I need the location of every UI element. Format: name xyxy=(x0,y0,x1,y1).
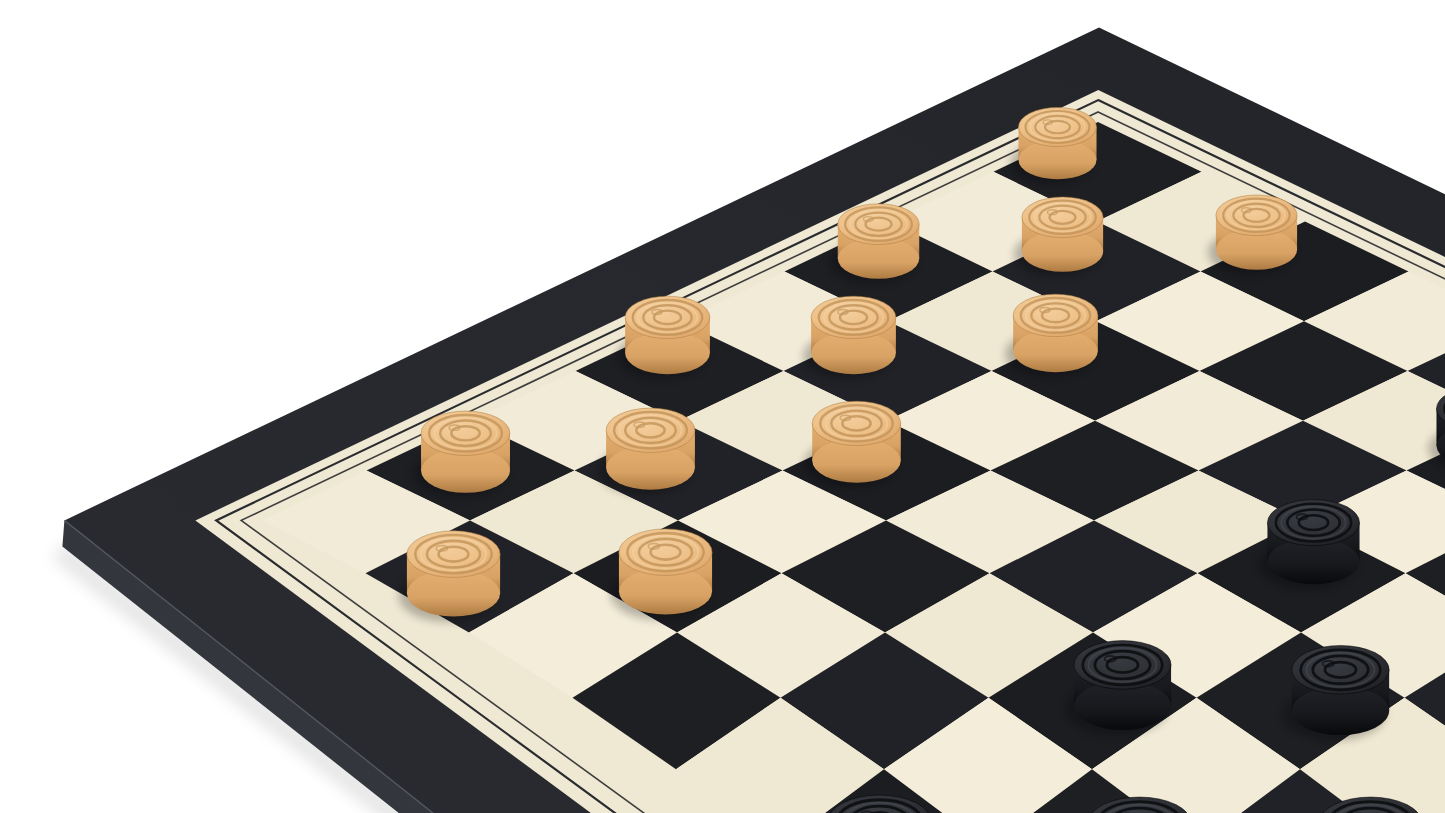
light-checker-r4c0 xyxy=(617,296,710,379)
light-checker-r3c1 xyxy=(803,296,896,379)
dark-checker-r5c5 xyxy=(1066,641,1172,736)
light-checker-r2c2 xyxy=(1005,294,1098,377)
board-scene xyxy=(40,16,1445,813)
light-checker-r0c2 xyxy=(1208,195,1297,275)
light-checker-r6c2 xyxy=(611,529,712,620)
light-checker-r6c0 xyxy=(413,411,510,498)
light-checker-r7c1 xyxy=(399,531,501,622)
light-checker-r2c0 xyxy=(830,204,920,284)
light-checker-r0c0 xyxy=(1011,108,1097,185)
dark-checker-r3c5 xyxy=(1259,500,1359,590)
light-checker-r5c1 xyxy=(598,408,695,495)
checkers-board-photo xyxy=(40,16,1445,813)
light-checker-r1c1 xyxy=(1014,197,1103,277)
light-checker-r4c2 xyxy=(804,401,901,488)
dark-checker-r4c6 xyxy=(1283,645,1389,740)
